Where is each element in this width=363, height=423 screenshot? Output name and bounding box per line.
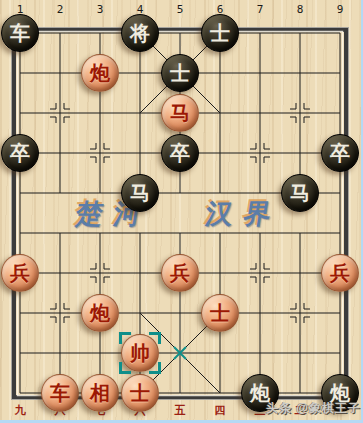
piece-red-chariot[interactable]: 车	[41, 374, 79, 412]
piece-black-soldier[interactable]: 卒	[161, 134, 199, 172]
board-grid[interactable]: 车将士士炮马卒卒卒马马兵兵兵炮士帅车相士炮炮	[0, 13, 360, 413]
piece-red-advisor[interactable]: 士	[121, 374, 159, 412]
piece-red-general[interactable]: 帅	[121, 334, 159, 372]
xiangqi-board: 123456789 九八七六五四三二一 楚河 汉界 车将士士炮马卒卒卒马马兵兵兵…	[0, 0, 363, 423]
piece-black-chariot[interactable]: 车	[1, 14, 39, 52]
piece-black-soldier[interactable]: 卒	[321, 134, 359, 172]
piece-black-advisor[interactable]: 士	[201, 14, 239, 52]
piece-red-advisor[interactable]: 士	[201, 294, 239, 332]
piece-black-advisor[interactable]: 士	[161, 54, 199, 92]
piece-red-soldier[interactable]: 兵	[321, 254, 359, 292]
piece-black-horse[interactable]: 马	[281, 174, 319, 212]
piece-black-soldier[interactable]: 卒	[1, 134, 39, 172]
piece-red-soldier[interactable]: 兵	[161, 254, 199, 292]
piece-red-soldier[interactable]: 兵	[1, 254, 39, 292]
watermark: 头条 @象棋王子	[266, 400, 361, 417]
piece-black-horse[interactable]: 马	[121, 174, 159, 212]
piece-black-general[interactable]: 将	[121, 14, 159, 52]
piece-red-cannon[interactable]: 炮	[81, 54, 119, 92]
piece-red-cannon[interactable]: 炮	[81, 294, 119, 332]
piece-red-horse[interactable]: 马	[161, 94, 199, 132]
piece-red-elephant[interactable]: 相	[81, 374, 119, 412]
